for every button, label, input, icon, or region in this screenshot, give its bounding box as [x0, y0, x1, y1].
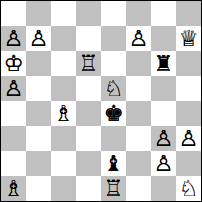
square-d7[interactable] [76, 26, 101, 51]
square-e2[interactable]: ♝ [101, 151, 126, 176]
square-e3[interactable] [101, 126, 126, 151]
piece-white-bishop: ♗ [54, 101, 74, 126]
square-d4[interactable] [76, 101, 101, 126]
square-h1[interactable]: ♘ [176, 176, 201, 201]
square-h4[interactable] [176, 101, 201, 126]
square-d2[interactable] [76, 151, 101, 176]
square-f3[interactable] [126, 126, 151, 151]
square-h6[interactable] [176, 51, 201, 76]
piece-white-pawn: ♙ [29, 26, 49, 51]
square-f8[interactable] [126, 1, 151, 26]
piece-white-knight: ♘ [179, 176, 199, 201]
square-h7[interactable]: ♕ [176, 26, 201, 51]
piece-white-pawn: ♙ [154, 151, 174, 176]
square-c5[interactable] [51, 76, 76, 101]
square-a6[interactable]: ♔ [1, 51, 26, 76]
piece-white-bishop: ♗ [4, 176, 24, 201]
piece-white-queen: ♕ [179, 26, 199, 51]
square-a1[interactable]: ♗ [1, 176, 26, 201]
square-e6[interactable] [101, 51, 126, 76]
square-e5[interactable]: ♘ [101, 76, 126, 101]
square-g1[interactable] [151, 176, 176, 201]
square-c2[interactable] [51, 151, 76, 176]
square-a7[interactable]: ♙ [1, 26, 26, 51]
piece-white-pawn: ♙ [129, 26, 149, 51]
square-d5[interactable] [76, 76, 101, 101]
square-d8[interactable] [76, 1, 101, 26]
square-g7[interactable] [151, 26, 176, 51]
piece-white-rook: ♖ [79, 51, 99, 76]
chess-board: ♙♙♙♕♔♖♜♙♘♗♚♙♙♝♙♗♖♘ [0, 0, 202, 202]
square-g3[interactable]: ♙ [151, 126, 176, 151]
square-d3[interactable] [76, 126, 101, 151]
piece-black-bishop: ♝ [104, 151, 124, 176]
square-b4[interactable] [26, 101, 51, 126]
square-f2[interactable] [126, 151, 151, 176]
square-g2[interactable]: ♙ [151, 151, 176, 176]
square-f5[interactable] [126, 76, 151, 101]
square-h3[interactable]: ♙ [176, 126, 201, 151]
square-g5[interactable] [151, 76, 176, 101]
square-g4[interactable] [151, 101, 176, 126]
square-b5[interactable] [26, 76, 51, 101]
square-b1[interactable] [26, 176, 51, 201]
square-a2[interactable] [1, 151, 26, 176]
square-c4[interactable]: ♗ [51, 101, 76, 126]
piece-white-pawn: ♙ [4, 26, 24, 51]
square-g6[interactable]: ♜ [151, 51, 176, 76]
square-c7[interactable] [51, 26, 76, 51]
square-f7[interactable]: ♙ [126, 26, 151, 51]
square-b8[interactable] [26, 1, 51, 26]
square-b6[interactable] [26, 51, 51, 76]
square-d6[interactable]: ♖ [76, 51, 101, 76]
square-a3[interactable] [1, 126, 26, 151]
square-c8[interactable] [51, 1, 76, 26]
square-h8[interactable] [176, 1, 201, 26]
square-b7[interactable]: ♙ [26, 26, 51, 51]
square-e7[interactable] [101, 26, 126, 51]
square-a4[interactable] [1, 101, 26, 126]
square-a5[interactable]: ♙ [1, 76, 26, 101]
square-f6[interactable] [126, 51, 151, 76]
square-d1[interactable] [76, 176, 101, 201]
piece-white-rook: ♖ [104, 176, 124, 201]
square-c1[interactable] [51, 176, 76, 201]
piece-white-knight: ♘ [104, 76, 124, 101]
square-e4[interactable]: ♚ [101, 101, 126, 126]
square-b2[interactable] [26, 151, 51, 176]
piece-white-pawn: ♙ [154, 126, 174, 151]
square-g8[interactable] [151, 1, 176, 26]
square-f1[interactable] [126, 176, 151, 201]
square-c6[interactable] [51, 51, 76, 76]
piece-white-pawn: ♙ [4, 76, 24, 101]
square-e8[interactable] [101, 1, 126, 26]
square-c3[interactable] [51, 126, 76, 151]
piece-white-pawn: ♙ [179, 126, 199, 151]
square-f4[interactable] [126, 101, 151, 126]
square-e1[interactable]: ♖ [101, 176, 126, 201]
square-a8[interactable] [1, 1, 26, 26]
piece-black-rook: ♜ [154, 51, 174, 76]
square-h5[interactable] [176, 76, 201, 101]
piece-black-king: ♚ [104, 101, 124, 126]
square-h2[interactable] [176, 151, 201, 176]
piece-white-king: ♔ [4, 51, 24, 76]
square-b3[interactable] [26, 126, 51, 151]
